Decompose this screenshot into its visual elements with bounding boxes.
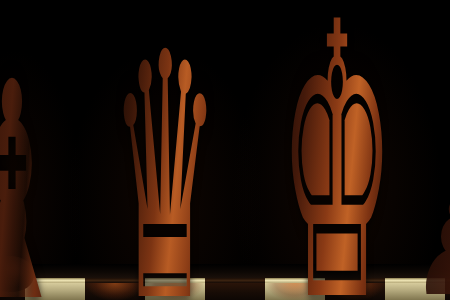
king-piece[interactable]: ♚	[279, 0, 395, 300]
pieces-layer: ♝♛♚♟	[0, 0, 450, 300]
chess-photo-scene: ♝♛♚♟	[0, 0, 450, 300]
bishop-piece[interactable]: ♝	[0, 44, 68, 300]
queen-piece[interactable]: ♛	[110, 8, 220, 300]
pawn-piece[interactable]: ♟	[410, 184, 450, 300]
